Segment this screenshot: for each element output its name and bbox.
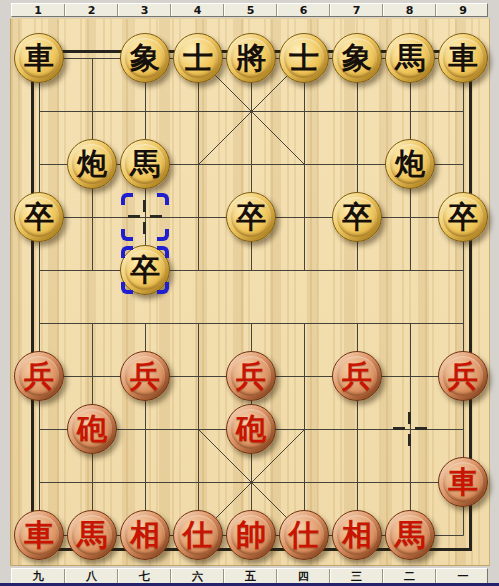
intersection-r5-c9[interactable] [437, 297, 490, 350]
black-piece-a-r0c4[interactable]: 士 [173, 33, 223, 83]
file-label-2: 2 [65, 4, 118, 16]
red-file-label-2: 八 [65, 569, 118, 583]
intersection-r5-c5[interactable] [225, 297, 278, 350]
red-piece-c-r7c2[interactable]: 砲 [67, 404, 117, 454]
piece-glyph: 車 [443, 38, 483, 78]
piece-glyph: 馬 [390, 515, 430, 555]
piece-glyph: 仕 [178, 515, 218, 555]
top-coordinate-ruler: 123456789 [11, 3, 488, 17]
piece-glyph: 兵 [231, 356, 271, 396]
piece-glyph: 卒 [337, 197, 377, 237]
intersection-r4-c8[interactable] [384, 244, 437, 297]
piece-glyph: 仕 [284, 515, 324, 555]
intersection-r7-c6[interactable] [278, 403, 331, 456]
red-piece-b-r9c7[interactable]: 相 [332, 510, 382, 560]
piece-glyph: 兵 [125, 356, 165, 396]
intersection-r3-c1[interactable]: 卒 [13, 191, 66, 244]
intersection-r4-c2[interactable] [66, 244, 119, 297]
intersection-r5-c8[interactable] [384, 297, 437, 350]
red-piece-p-r6c7[interactable]: 兵 [332, 351, 382, 401]
red-piece-p-r6c5[interactable]: 兵 [226, 351, 276, 401]
red-piece-a-r9c4[interactable]: 仕 [173, 510, 223, 560]
intersection-r4-c6[interactable] [278, 244, 331, 297]
red-file-label-7: 三 [330, 569, 383, 583]
intersection-r3-c6[interactable] [278, 191, 331, 244]
intersection-r0-c3[interactable]: 象 [119, 32, 172, 85]
intersection-r6-c9[interactable]: 兵 [437, 350, 490, 403]
intersection-r2-c4[interactable] [172, 138, 225, 191]
intersection-r7-c1[interactable] [13, 403, 66, 456]
intersection-r3-c5[interactable]: 卒 [225, 191, 278, 244]
black-piece-p-r3c7[interactable]: 卒 [332, 192, 382, 242]
red-piece-k-r9c5[interactable]: 帥 [226, 510, 276, 560]
intersection-r1-c1[interactable] [13, 85, 66, 138]
intersection-r5-c6[interactable] [278, 297, 331, 350]
intersection-r0-c1[interactable]: 車 [13, 32, 66, 85]
piece-glyph: 兵 [337, 356, 377, 396]
intersection-r3-c8[interactable] [384, 191, 437, 244]
file-label-5: 5 [224, 4, 277, 16]
intersection-r1-c6[interactable] [278, 85, 331, 138]
piece-glyph: 兵 [443, 356, 483, 396]
intersection-r4-c5[interactable] [225, 244, 278, 297]
piece-glyph: 卒 [19, 197, 59, 237]
red-file-label-6: 四 [277, 569, 330, 583]
intersection-r6-c2[interactable] [66, 350, 119, 403]
intersection-r8-c1[interactable] [13, 456, 66, 509]
last-move-to-marker [121, 246, 169, 294]
intersection-r8-c2[interactable] [66, 456, 119, 509]
intersection-r6-c1[interactable]: 兵 [13, 350, 66, 403]
black-piece-p-r3c1[interactable]: 卒 [14, 192, 64, 242]
piece-glyph: 砲 [72, 409, 112, 449]
intersection-r5-c7[interactable] [331, 297, 384, 350]
piece-glyph: 馬 [72, 515, 112, 555]
intersection-r2-c8[interactable]: 炮 [384, 138, 437, 191]
intersection-r8-c6[interactable] [278, 456, 331, 509]
black-piece-n-r0c8[interactable]: 馬 [385, 33, 435, 83]
piece-glyph: 相 [337, 515, 377, 555]
intersection-r9-c2[interactable]: 馬 [66, 509, 119, 562]
piece-glyph: 馬 [390, 38, 430, 78]
intersection-r8-c3[interactable] [119, 456, 172, 509]
intersection-r7-c7[interactable] [331, 403, 384, 456]
red-piece-r-r9c1[interactable]: 車 [14, 510, 64, 560]
file-label-8: 8 [383, 4, 436, 16]
intersection-r5-c2[interactable] [66, 297, 119, 350]
intersection-r1-c3[interactable] [119, 85, 172, 138]
red-piece-p-r6c3[interactable]: 兵 [120, 351, 170, 401]
intersection-r6-c3[interactable]: 兵 [119, 350, 172, 403]
piece-glyph: 士 [178, 38, 218, 78]
intersection-r6-c6[interactable] [278, 350, 331, 403]
intersection-r6-c7[interactable]: 兵 [331, 350, 384, 403]
intersection-r6-c8[interactable] [384, 350, 437, 403]
intersection-r2-c5[interactable] [225, 138, 278, 191]
red-piece-r-r8c9[interactable]: 車 [438, 457, 488, 507]
intersection-r9-c3[interactable]: 相 [119, 509, 172, 562]
intersection-r3-c7[interactable]: 卒 [331, 191, 384, 244]
intersection-r9-c6[interactable]: 仕 [278, 509, 331, 562]
piece-glyph: 卒 [443, 197, 483, 237]
intersection-r1-c4[interactable] [172, 85, 225, 138]
intersection-r1-c5[interactable] [225, 85, 278, 138]
intersection-r7-c3[interactable] [119, 403, 172, 456]
intersection-r1-c7[interactable] [331, 85, 384, 138]
intersection-r0-c4[interactable]: 士 [172, 32, 225, 85]
file-label-1: 1 [12, 4, 65, 16]
black-piece-p-r3c9[interactable]: 卒 [438, 192, 488, 242]
piece-glyph: 相 [125, 515, 165, 555]
intersection-r2-c1[interactable] [13, 138, 66, 191]
intersection-r8-c4[interactable] [172, 456, 225, 509]
black-piece-k-r0c5[interactable]: 將 [226, 33, 276, 83]
piece-glyph: 帥 [231, 515, 271, 555]
red-file-label-4: 六 [171, 569, 224, 583]
file-label-3: 3 [118, 4, 171, 16]
board: 車象士將士象馬車炮馬炮卒卒卒卒卒兵兵兵兵兵砲砲車車馬相仕帥仕相馬 [10, 18, 490, 566]
red-file-label-5: 五 [224, 569, 277, 583]
intersection-r1-c2[interactable] [66, 85, 119, 138]
red-file-label-8: 二 [383, 569, 436, 583]
red-piece-a-r9c6[interactable]: 仕 [279, 510, 329, 560]
intersection-r1-c9[interactable] [437, 85, 490, 138]
file-label-7: 7 [330, 4, 383, 16]
piece-glyph: 車 [19, 38, 59, 78]
intersections-layer: 車象士將士象馬車炮馬炮卒卒卒卒卒兵兵兵兵兵砲砲車車馬相仕帥仕相馬 [13, 32, 490, 562]
black-piece-r-r0c9[interactable]: 車 [438, 33, 488, 83]
file-label-9: 9 [436, 4, 489, 16]
red-file-label-9: 一 [436, 569, 489, 583]
piece-glyph: 車 [19, 515, 59, 555]
red-file-label-3: 七 [118, 569, 171, 583]
intersection-r7-c5[interactable]: 砲 [225, 403, 278, 456]
intersection-r2-c6[interactable] [278, 138, 331, 191]
intersection-r0-c9[interactable]: 車 [437, 32, 490, 85]
intersection-r0-c2[interactable] [66, 32, 119, 85]
red-piece-b-r9c3[interactable]: 相 [120, 510, 170, 560]
red-file-label-1: 九 [12, 569, 65, 583]
intersection-r4-c4[interactable] [172, 244, 225, 297]
intersection-r5-c4[interactable] [172, 297, 225, 350]
intersection-r2-c2[interactable]: 炮 [66, 138, 119, 191]
intersection-r7-c2[interactable]: 砲 [66, 403, 119, 456]
red-piece-n-r9c8[interactable]: 馬 [385, 510, 435, 560]
intersection-r6-c4[interactable] [172, 350, 225, 403]
piece-glyph: 卒 [231, 197, 271, 237]
intersection-r2-c3[interactable]: 馬 [119, 138, 172, 191]
piece-glyph: 炮 [390, 144, 430, 184]
piece-glyph: 象 [337, 38, 377, 78]
intersection-r9-c7[interactable]: 相 [331, 509, 384, 562]
black-piece-p-r3c5[interactable]: 卒 [226, 192, 276, 242]
intersection-r2-c7[interactable] [331, 138, 384, 191]
bottom-coordinate-ruler: 九八七六五四三二一 [11, 568, 488, 584]
intersection-r9-c4[interactable]: 仕 [172, 509, 225, 562]
last-move-from-marker [121, 193, 169, 241]
red-piece-p-r6c1[interactable]: 兵 [14, 351, 64, 401]
intersection-r5-c1[interactable] [13, 297, 66, 350]
xiangqi-app-window: 123456789 [0, 0, 499, 586]
intersection-r9-c5[interactable]: 帥 [225, 509, 278, 562]
file-label-4: 4 [171, 4, 224, 16]
intersection-r7-c9[interactable] [437, 403, 490, 456]
piece-glyph: 砲 [231, 409, 271, 449]
intersection-r5-c3[interactable] [119, 297, 172, 350]
intersection-r9-c9[interactable] [437, 509, 490, 562]
black-piece-c-r2c8[interactable]: 炮 [385, 139, 435, 189]
intersection-r8-c7[interactable] [331, 456, 384, 509]
intersection-r0-c8[interactable]: 馬 [384, 32, 437, 85]
intersection-r3-c2[interactable] [66, 191, 119, 244]
intersection-r0-c7[interactable]: 象 [331, 32, 384, 85]
piece-glyph: 將 [231, 38, 271, 78]
black-piece-b-r0c7[interactable]: 象 [332, 33, 382, 83]
piece-glyph: 士 [284, 38, 324, 78]
piece-glyph: 馬 [125, 144, 165, 184]
intersection-r7-c4[interactable] [172, 403, 225, 456]
piece-glyph: 象 [125, 38, 165, 78]
black-piece-r-r0c1[interactable]: 車 [14, 33, 64, 83]
board-grid: 車象士將士象馬車炮馬炮卒卒卒卒卒兵兵兵兵兵砲砲車車馬相仕帥仕相馬 [13, 32, 490, 562]
black-piece-b-r0c3[interactable]: 象 [120, 33, 170, 83]
intersection-r4-c9[interactable] [437, 244, 490, 297]
red-piece-c-r7c5[interactable]: 砲 [226, 404, 276, 454]
intersection-r8-c5[interactable] [225, 456, 278, 509]
intersection-r9-c1[interactable]: 車 [13, 509, 66, 562]
file-label-6: 6 [277, 4, 330, 16]
intersection-r2-c9[interactable] [437, 138, 490, 191]
intersection-r3-c9[interactable]: 卒 [437, 191, 490, 244]
red-piece-n-r9c2[interactable]: 馬 [67, 510, 117, 560]
black-piece-a-r0c6[interactable]: 士 [279, 33, 329, 83]
intersection-r0-c5[interactable]: 將 [225, 32, 278, 85]
black-piece-n-r2c3[interactable]: 馬 [120, 139, 170, 189]
intersection-r9-c8[interactable]: 馬 [384, 509, 437, 562]
intersection-r4-c7[interactable] [331, 244, 384, 297]
piece-glyph: 車 [443, 462, 483, 502]
intersection-r8-c8[interactable] [384, 456, 437, 509]
intersection-r0-c6[interactable]: 士 [278, 32, 331, 85]
piece-glyph: 炮 [72, 144, 112, 184]
red-piece-p-r6c9[interactable]: 兵 [438, 351, 488, 401]
intersection-r6-c5[interactable]: 兵 [225, 350, 278, 403]
intersection-r3-c4[interactable] [172, 191, 225, 244]
piece-glyph: 兵 [19, 356, 59, 396]
intersection-r1-c8[interactable] [384, 85, 437, 138]
intersection-r4-c1[interactable] [13, 244, 66, 297]
black-piece-c-r2c2[interactable]: 炮 [67, 139, 117, 189]
intersection-r8-c9[interactable]: 車 [437, 456, 490, 509]
intersection-r7-c8[interactable] [384, 403, 437, 456]
